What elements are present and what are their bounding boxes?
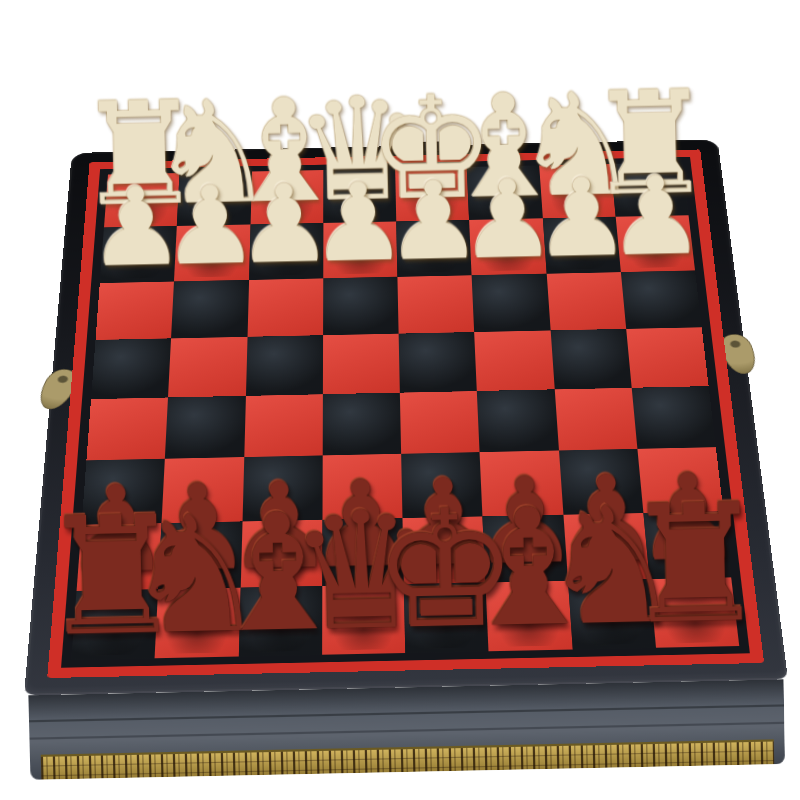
board-red-border: ♜♞♝♛♚♝♞♜♟♟♟♟♟♟♟♟♟♟♟♟♟♟♟♟♜♞♝♛♚♝♞♜ xyxy=(47,149,764,678)
square-h5[interactable] xyxy=(626,327,709,388)
board-rotation-wrapper: ♜♞♝♛♚♝♞♜♟♟♟♟♟♟♟♟♟♟♟♟♟♟♟♟♜♞♝♛♚♝♞♜ xyxy=(0,0,800,800)
square-e5[interactable] xyxy=(399,332,477,393)
square-h1[interactable]: ♜ xyxy=(649,577,739,648)
board-frame: ♜♞♝♛♚♝♞♜♟♟♟♟♟♟♟♟♟♟♟♟♟♟♟♟♜♞♝♛♚♝♞♜ xyxy=(24,139,788,695)
square-c6[interactable] xyxy=(247,278,323,337)
piece-ivory-pawn[interactable]: ♟ xyxy=(607,161,706,271)
carved-gold-band xyxy=(41,739,774,779)
square-h4[interactable] xyxy=(631,386,715,449)
square-a4[interactable] xyxy=(86,397,168,460)
box-front-face xyxy=(28,679,785,780)
board-grid: ♜♞♝♛♚♝♞♜♟♟♟♟♟♟♟♟♟♟♟♟♟♟♟♟♜♞♝♛♚♝♞♜ xyxy=(71,163,739,660)
square-g4[interactable] xyxy=(554,388,637,451)
photo-background: ♜♞♝♛♚♝♞♜♟♟♟♟♟♟♟♟♟♟♟♟♟♟♟♟♜♞♝♛♚♝♞♜ xyxy=(0,0,800,800)
square-h7[interactable]: ♟ xyxy=(615,215,695,271)
square-g5[interactable] xyxy=(550,329,631,390)
square-e6[interactable] xyxy=(397,275,474,334)
square-d5[interactable] xyxy=(323,333,400,394)
square-b6[interactable] xyxy=(171,280,248,339)
square-f5[interactable] xyxy=(474,330,554,391)
square-f6[interactable] xyxy=(472,273,550,331)
square-a5[interactable] xyxy=(91,338,171,399)
square-b5[interactable] xyxy=(168,337,247,398)
square-a6[interactable] xyxy=(96,281,175,340)
folding-chess-box: ♜♞♝♛♚♝♞♜♟♟♟♟♟♟♟♟♟♟♟♟♟♟♟♟♜♞♝♛♚♝♞♜ xyxy=(24,139,788,695)
square-c4[interactable] xyxy=(244,394,323,457)
square-c5[interactable] xyxy=(245,335,322,396)
square-e4[interactable] xyxy=(400,391,480,454)
square-d6[interactable] xyxy=(323,277,399,336)
square-d4[interactable] xyxy=(322,393,401,456)
square-h6[interactable] xyxy=(621,270,702,328)
square-b4[interactable] xyxy=(165,396,245,459)
piece-red-rook[interactable]: ♜ xyxy=(621,482,770,647)
square-f4[interactable] xyxy=(477,389,558,452)
square-g6[interactable] xyxy=(546,272,626,330)
scene-perspective: ♜♞♝♛♚♝♞♜♟♟♟♟♟♟♟♟♟♟♟♟♟♟♟♟♜♞♝♛♚♝♞♜ xyxy=(42,7,758,781)
